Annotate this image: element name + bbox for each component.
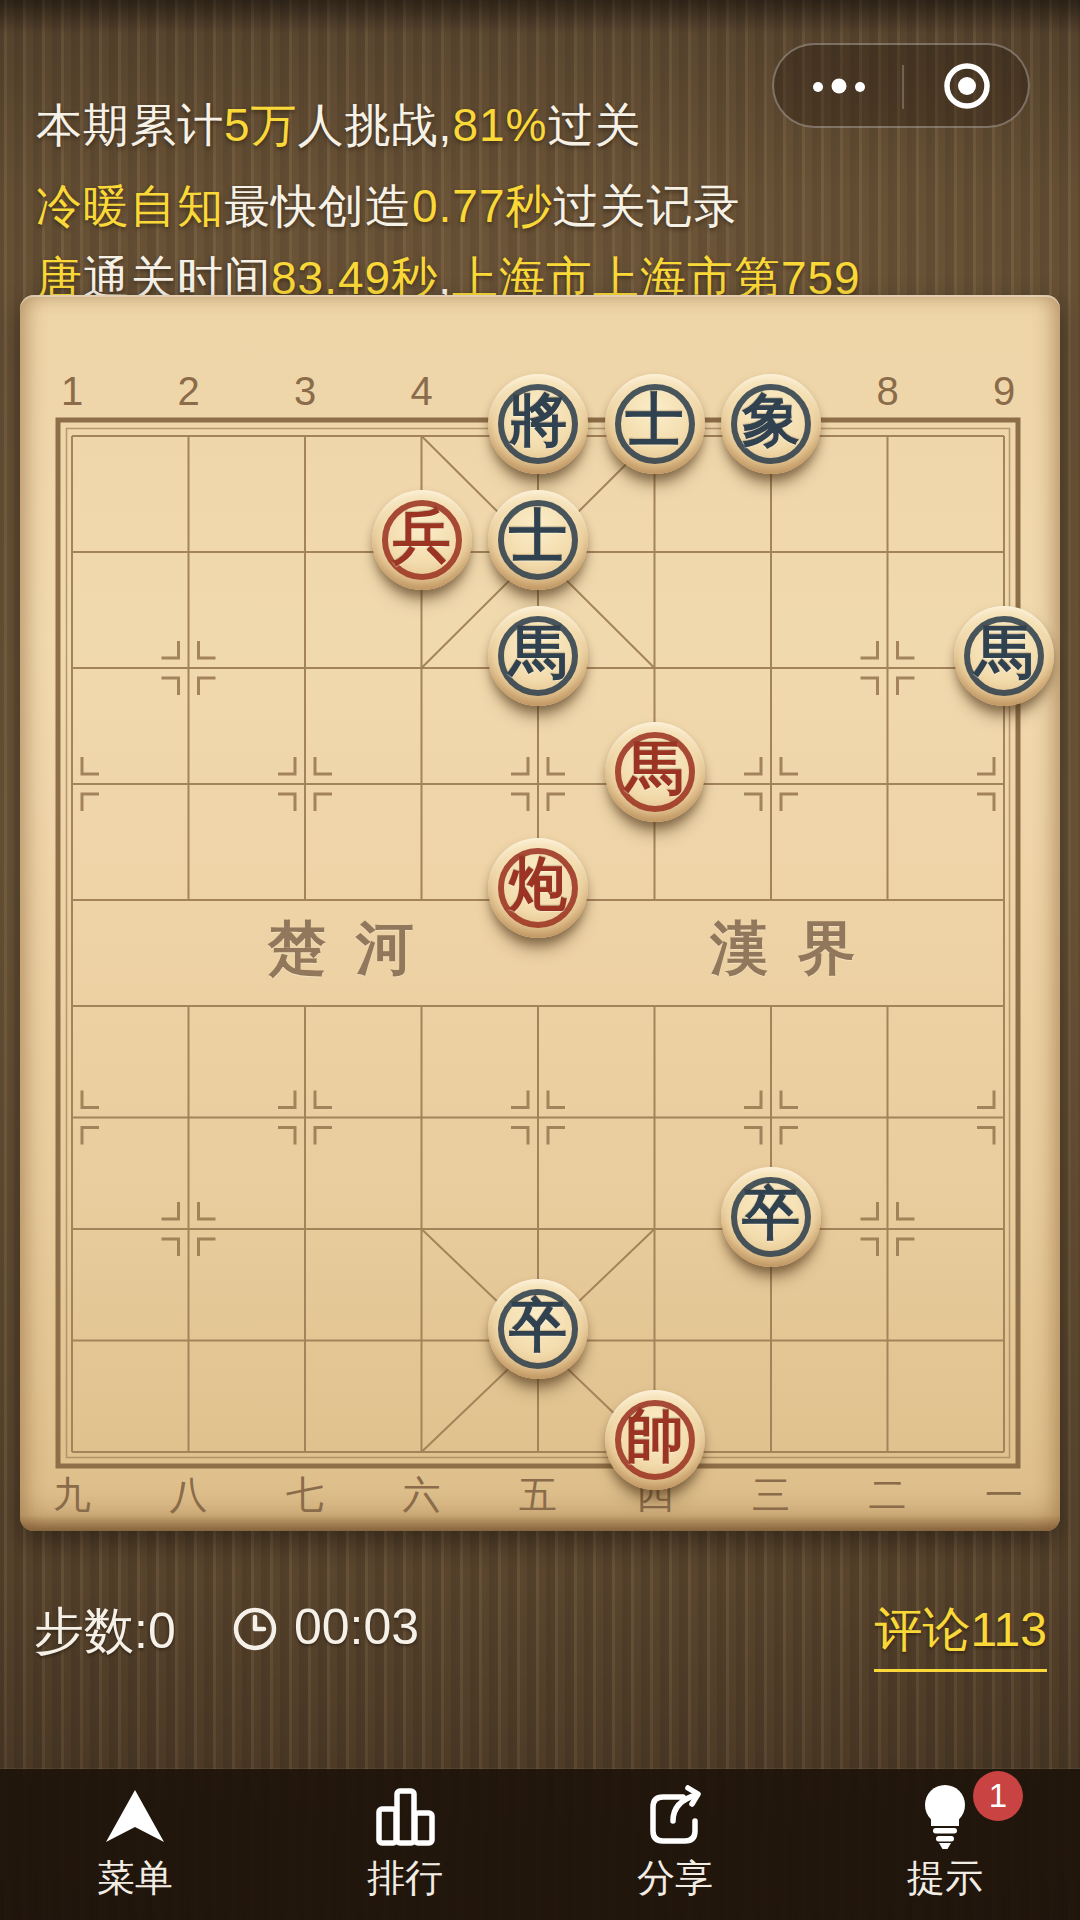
- piece-black-horse[interactable]: 馬: [954, 606, 1054, 706]
- piece-glyph: 馬: [626, 730, 684, 808]
- file-label-top: 9: [974, 369, 1034, 414]
- piece-red-general[interactable]: 帥: [605, 1390, 705, 1490]
- file-label-top: 1: [42, 369, 102, 414]
- clock-icon: [232, 1606, 278, 1652]
- river-label-han-jie: 漢界: [618, 910, 948, 980]
- file-label-bottom: 三: [741, 1470, 801, 1521]
- file-label-top: 2: [159, 369, 219, 414]
- file-label-top: 3: [275, 369, 335, 414]
- piece-black-advisor[interactable]: 士: [605, 374, 705, 474]
- piece-black-elephant[interactable]: 象: [721, 374, 821, 474]
- bar-chart-icon: [372, 1785, 438, 1847]
- piece-black-general[interactable]: 將: [488, 374, 588, 474]
- hint-badge: 1: [973, 1771, 1023, 1821]
- file-label-bottom: 二: [858, 1470, 918, 1521]
- file-label-bottom: 八: [159, 1470, 219, 1521]
- river-label-chu-he: 楚河: [176, 910, 506, 980]
- nav-item-menu[interactable]: 菜单: [0, 1769, 270, 1920]
- bottom-nav: 菜单 排行 分享 提示: [0, 1769, 1080, 1920]
- comments-link[interactable]: 评论113: [874, 1598, 1047, 1672]
- piece-red-horse[interactable]: 馬: [605, 722, 705, 822]
- piece-glyph: 卒: [742, 1175, 800, 1253]
- piece-red-soldier[interactable]: 兵: [372, 490, 472, 590]
- file-label-top: 8: [858, 369, 918, 414]
- piece-black-advisor[interactable]: 士: [488, 490, 588, 590]
- piece-black-soldier[interactable]: 卒: [488, 1279, 588, 1379]
- lightbulb-icon: [913, 1782, 977, 1850]
- nav-item-label: 分享: [637, 1853, 713, 1904]
- piece-black-horse[interactable]: 馬: [488, 606, 588, 706]
- file-label-bottom: 六: [392, 1470, 452, 1521]
- nav-item-ranking[interactable]: 排行: [270, 1769, 540, 1920]
- menu-arrow-icon: [102, 1786, 168, 1846]
- file-label-bottom: 五: [508, 1470, 568, 1521]
- piece-glyph: 士: [626, 382, 684, 460]
- piece-glyph: 帥: [626, 1398, 684, 1476]
- piece-glyph: 象: [742, 382, 800, 460]
- nav-item-label: 菜单: [97, 1853, 173, 1904]
- nav-item-label: 提示: [907, 1853, 983, 1904]
- piece-glyph: 兵: [393, 498, 451, 576]
- app-screen: 本期累计5万人挑战,81%过关 冷暖自知最快创造0.77秒过关记录 唐通关时间8…: [0, 0, 1080, 1920]
- piece-black-soldier[interactable]: 卒: [721, 1167, 821, 1267]
- piece-red-cannon[interactable]: 炮: [488, 838, 588, 938]
- piece-glyph: 馬: [975, 614, 1033, 692]
- nav-item-hint[interactable]: 提示: [810, 1769, 1080, 1920]
- piece-glyph: 卒: [509, 1287, 567, 1365]
- file-label-bottom: 九: [42, 1470, 102, 1521]
- nav-item-label: 排行: [367, 1853, 443, 1904]
- file-label-top: 4: [392, 369, 452, 414]
- piece-glyph: 士: [509, 498, 567, 576]
- piece-glyph: 炮: [509, 846, 567, 924]
- file-label-bottom: 七: [275, 1470, 335, 1521]
- share-icon: [643, 1785, 707, 1847]
- nav-item-share[interactable]: 分享: [540, 1769, 810, 1920]
- file-label-bottom: 一: [974, 1470, 1034, 1521]
- timer: 00:03: [294, 1598, 419, 1656]
- move-counter: 步数:0: [34, 1598, 176, 1665]
- piece-glyph: 將: [509, 382, 567, 460]
- piece-glyph: 馬: [509, 614, 567, 692]
